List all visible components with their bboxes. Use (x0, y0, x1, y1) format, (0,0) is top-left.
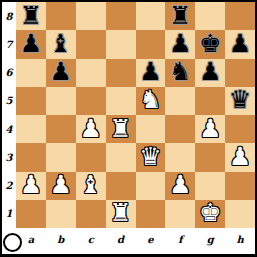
board-square[interactable] (136, 115, 166, 143)
board-square[interactable] (195, 143, 225, 171)
board-square[interactable] (225, 172, 255, 200)
board-square[interactable]: ♟ (46, 172, 76, 200)
black-pawn[interactable]: ♟ (169, 31, 191, 56)
board-square[interactable] (76, 2, 106, 30)
white-knight[interactable]: ♞ (139, 87, 161, 112)
board-square[interactable]: ♟ (225, 143, 255, 171)
file-labels: abcdefgh (16, 228, 255, 251)
board-square[interactable]: ♚ (195, 30, 225, 58)
board-square[interactable] (195, 2, 225, 30)
board-square[interactable] (165, 143, 195, 171)
board-square[interactable] (106, 59, 136, 87)
chess-diagram-frame: 87654321 ♜♜♟♝♟♚♟♟♟♞♟♞♛♟♜♟♛♟♟♟♝♟♜♚ abcdef… (0, 0, 257, 257)
board-square[interactable] (225, 115, 255, 143)
board-square[interactable] (16, 200, 46, 228)
board-square[interactable]: ♟ (165, 172, 195, 200)
white-king[interactable]: ♚ (199, 200, 221, 225)
board-square[interactable]: ♜ (16, 2, 46, 30)
white-pawn[interactable]: ♟ (169, 172, 191, 197)
board-square[interactable]: ♚ (195, 200, 225, 228)
board-square[interactable] (136, 30, 166, 58)
board-square[interactable]: ♜ (165, 2, 195, 30)
board-square[interactable] (76, 143, 106, 171)
board-square[interactable]: ♝ (46, 30, 76, 58)
file-label: b (46, 228, 76, 251)
white-pawn[interactable]: ♟ (79, 116, 101, 141)
board-square[interactable] (106, 143, 136, 171)
board-square[interactable] (195, 87, 225, 115)
board-square[interactable]: ♛ (136, 143, 166, 171)
board-square[interactable] (136, 172, 166, 200)
file-label: f (165, 228, 195, 251)
board-square[interactable]: ♛ (225, 87, 255, 115)
board-square[interactable] (165, 115, 195, 143)
white-pawn[interactable]: ♟ (229, 144, 251, 169)
board-square[interactable] (195, 172, 225, 200)
board-square[interactable] (46, 2, 76, 30)
board-square[interactable]: ♜ (106, 200, 136, 228)
board-square[interactable]: ♞ (136, 87, 166, 115)
board-square[interactable]: ♟ (16, 30, 46, 58)
board-square[interactable] (165, 200, 195, 228)
board-square[interactable] (165, 87, 195, 115)
white-rook[interactable]: ♜ (109, 200, 131, 225)
black-pawn[interactable]: ♟ (50, 59, 72, 84)
rank-label: 8 (2, 2, 16, 30)
board-square[interactable]: ♟ (16, 172, 46, 200)
rank-label: 5 (2, 87, 16, 115)
black-bishop[interactable]: ♝ (50, 31, 72, 56)
board-square[interactable] (46, 115, 76, 143)
black-king[interactable]: ♚ (199, 31, 221, 56)
board-square[interactable] (76, 59, 106, 87)
white-queen[interactable]: ♛ (139, 144, 161, 169)
board-square[interactable]: ♟ (46, 59, 76, 87)
board-square[interactable] (225, 2, 255, 30)
board-square[interactable] (225, 59, 255, 87)
black-pawn[interactable]: ♟ (20, 31, 42, 56)
board-square[interactable] (46, 143, 76, 171)
board-square[interactable] (16, 115, 46, 143)
file-label: e (136, 228, 166, 251)
file-label: d (106, 228, 136, 251)
file-label: c (76, 228, 106, 251)
black-pawn[interactable]: ♟ (139, 59, 161, 84)
black-rook[interactable]: ♜ (169, 3, 191, 28)
white-pawn[interactable]: ♟ (199, 116, 221, 141)
board-square[interactable] (16, 143, 46, 171)
white-pawn[interactable]: ♟ (50, 172, 72, 197)
white-rook[interactable]: ♜ (109, 116, 131, 141)
rank-label: 6 (2, 59, 16, 87)
board-square[interactable] (136, 2, 166, 30)
board-square[interactable]: ♟ (195, 115, 225, 143)
board-square[interactable] (46, 200, 76, 228)
board-square[interactable] (76, 30, 106, 58)
rank-label: 7 (2, 30, 16, 58)
board-square[interactable] (76, 87, 106, 115)
black-pawn[interactable]: ♟ (229, 31, 251, 56)
white-pawn[interactable]: ♟ (20, 172, 42, 197)
board-square[interactable]: ♟ (195, 59, 225, 87)
black-knight[interactable]: ♞ (169, 59, 191, 84)
black-queen[interactable]: ♛ (229, 87, 251, 112)
diagram-background: 87654321 ♜♜♟♝♟♚♟♟♟♞♟♞♛♟♜♟♛♟♟♟♝♟♜♚ abcdef… (2, 2, 255, 254)
rank-label: 2 (2, 172, 16, 200)
board-square[interactable] (16, 87, 46, 115)
board-square[interactable] (106, 2, 136, 30)
rank-label: 3 (2, 143, 16, 171)
board-square[interactable] (225, 200, 255, 228)
board-square[interactable] (76, 200, 106, 228)
board-square[interactable]: ♜ (106, 115, 136, 143)
rank-labels: 87654321 (2, 2, 16, 228)
board-square[interactable]: ♞ (165, 59, 195, 87)
file-label: h (225, 228, 255, 251)
file-label: g (195, 228, 225, 251)
board-square[interactable] (106, 30, 136, 58)
white-bishop[interactable]: ♝ (79, 172, 101, 197)
board-square[interactable]: ♝ (76, 172, 106, 200)
board-square[interactable] (46, 87, 76, 115)
black-pawn[interactable]: ♟ (199, 59, 221, 84)
board-square[interactable]: ♟ (76, 115, 106, 143)
rank-label: 4 (2, 115, 16, 143)
board-square[interactable] (16, 59, 46, 87)
board-square[interactable] (136, 200, 166, 228)
chessboard[interactable]: ♜♜♟♝♟♚♟♟♟♞♟♞♛♟♜♟♛♟♟♟♝♟♜♚ (16, 2, 255, 228)
board-square[interactable] (106, 87, 136, 115)
white-to-move-indicator (3, 233, 22, 252)
black-rook[interactable]: ♜ (20, 3, 42, 28)
board-square[interactable]: ♟ (165, 30, 195, 58)
board-square[interactable]: ♟ (225, 30, 255, 58)
rank-label: 1 (2, 200, 16, 228)
board-square[interactable]: ♟ (136, 59, 166, 87)
board-square[interactable] (106, 172, 136, 200)
